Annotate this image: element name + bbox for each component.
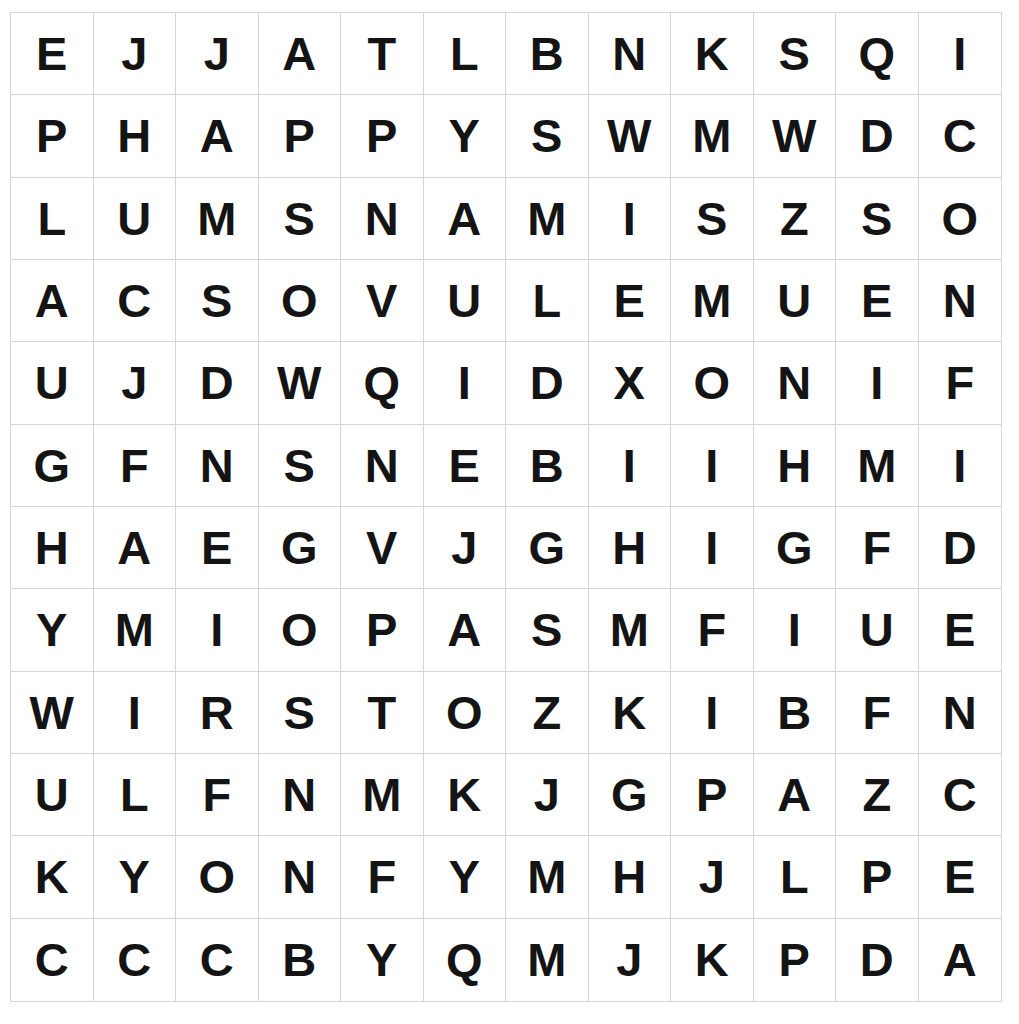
grid-cell-r8c11[interactable]: U: [836, 589, 919, 671]
grid-cell-r12c9[interactable]: K: [671, 919, 754, 1001]
grid-cell-r11c7[interactable]: M: [506, 836, 589, 918]
grid-cell-r11c8[interactable]: H: [589, 836, 672, 918]
grid-cell-r5c1[interactable]: U: [11, 342, 94, 424]
grid-cell-r3c4[interactable]: S: [259, 178, 342, 260]
grid-cell-r1c3[interactable]: J: [176, 13, 259, 95]
grid-cell-r5c5[interactable]: Q: [341, 342, 424, 424]
grid-cell-r7c12[interactable]: D: [919, 507, 1002, 589]
grid-cell-r1c11[interactable]: Q: [836, 13, 919, 95]
grid-cell-r2c10[interactable]: W: [754, 95, 837, 177]
grid-cell-r8c12[interactable]: E: [919, 589, 1002, 671]
grid-cell-r10c7[interactable]: J: [506, 754, 589, 836]
grid-cell-r4c8[interactable]: E: [589, 260, 672, 342]
grid-cell-r10c2[interactable]: L: [94, 754, 177, 836]
grid-cell-r6c10[interactable]: H: [754, 425, 837, 507]
grid-cell-r11c4[interactable]: N: [259, 836, 342, 918]
grid-cell-r5c9[interactable]: O: [671, 342, 754, 424]
word-search-board: EJJATLBNKSQIPHAPPYSWMWDCLUMSNAMISZSOACSO…: [10, 12, 1002, 1002]
grid-cell-r4c1[interactable]: A: [11, 260, 94, 342]
grid-cell-r7c11[interactable]: F: [836, 507, 919, 589]
grid-cell-r1c5[interactable]: T: [341, 13, 424, 95]
grid-cell-r9c9[interactable]: I: [671, 672, 754, 754]
grid-cell-r1c1[interactable]: E: [11, 13, 94, 95]
grid-cell-r7c2[interactable]: A: [94, 507, 177, 589]
grid-cell-r5c8[interactable]: X: [589, 342, 672, 424]
grid-cell-r7c1[interactable]: H: [11, 507, 94, 589]
grid-cell-r11c1[interactable]: K: [11, 836, 94, 918]
grid-cell-r3c12[interactable]: O: [919, 178, 1002, 260]
grid-cell-r1c9[interactable]: K: [671, 13, 754, 95]
grid-cell-r3c6[interactable]: A: [424, 178, 507, 260]
grid-cell-r1c7[interactable]: B: [506, 13, 589, 95]
grid-cell-r7c7[interactable]: G: [506, 507, 589, 589]
grid-cell-r2c9[interactable]: M: [671, 95, 754, 177]
grid-cell-r4c2[interactable]: C: [94, 260, 177, 342]
grid-cell-r2c5[interactable]: P: [341, 95, 424, 177]
grid-cell-r8c1[interactable]: Y: [11, 589, 94, 671]
grid-cell-r8c5[interactable]: P: [341, 589, 424, 671]
grid-cell-r8c3[interactable]: I: [176, 589, 259, 671]
grid-cell-r11c3[interactable]: O: [176, 836, 259, 918]
grid-cell-r1c12[interactable]: I: [919, 13, 1002, 95]
grid-cell-r4c7[interactable]: L: [506, 260, 589, 342]
grid-cell-r9c1[interactable]: W: [11, 672, 94, 754]
grid-cell-r5c7[interactable]: D: [506, 342, 589, 424]
grid-cell-r4c6[interactable]: U: [424, 260, 507, 342]
grid-cell-r7c6[interactable]: J: [424, 507, 507, 589]
grid-cell-r3c5[interactable]: N: [341, 178, 424, 260]
grid-cell-r10c12[interactable]: C: [919, 754, 1002, 836]
grid-cell-r9c4[interactable]: S: [259, 672, 342, 754]
grid-cell-r9c11[interactable]: F: [836, 672, 919, 754]
grid-cell-r8c8[interactable]: M: [589, 589, 672, 671]
grid-cell-r3c9[interactable]: S: [671, 178, 754, 260]
grid-cell-r9c3[interactable]: R: [176, 672, 259, 754]
grid-cell-r9c5[interactable]: T: [341, 672, 424, 754]
grid-cell-r8c9[interactable]: F: [671, 589, 754, 671]
grid-cell-r7c5[interactable]: V: [341, 507, 424, 589]
grid-cell-r12c6[interactable]: Q: [424, 919, 507, 1001]
grid-cell-r7c8[interactable]: H: [589, 507, 672, 589]
grid-cell-r2c4[interactable]: P: [259, 95, 342, 177]
grid-cell-r11c10[interactable]: L: [754, 836, 837, 918]
grid-cell-r12c12[interactable]: A: [919, 919, 1002, 1001]
grid-cell-r10c11[interactable]: Z: [836, 754, 919, 836]
grid-cell-r3c7[interactable]: M: [506, 178, 589, 260]
grid-cell-r6c3[interactable]: N: [176, 425, 259, 507]
grid-cell-r11c11[interactable]: P: [836, 836, 919, 918]
grid-cell-r9c7[interactable]: Z: [506, 672, 589, 754]
grid-cell-r5c12[interactable]: F: [919, 342, 1002, 424]
grid-cell-r4c12[interactable]: N: [919, 260, 1002, 342]
grid-cell-r10c10[interactable]: A: [754, 754, 837, 836]
grid-cell-r4c11[interactable]: E: [836, 260, 919, 342]
grid-cell-r12c10[interactable]: P: [754, 919, 837, 1001]
grid-cell-r11c9[interactable]: J: [671, 836, 754, 918]
grid-cell-r1c4[interactable]: A: [259, 13, 342, 95]
grid-cell-r6c7[interactable]: B: [506, 425, 589, 507]
grid-cell-r6c1[interactable]: G: [11, 425, 94, 507]
grid-cell-r2c6[interactable]: Y: [424, 95, 507, 177]
grid-cell-r12c1[interactable]: C: [11, 919, 94, 1001]
grid-cell-r12c4[interactable]: B: [259, 919, 342, 1001]
grid-cell-r9c8[interactable]: K: [589, 672, 672, 754]
grid-cell-r5c4[interactable]: W: [259, 342, 342, 424]
grid-cell-r6c6[interactable]: E: [424, 425, 507, 507]
grid-cell-r6c4[interactable]: S: [259, 425, 342, 507]
grid-cell-r2c2[interactable]: H: [94, 95, 177, 177]
grid-cell-r3c11[interactable]: S: [836, 178, 919, 260]
grid-cell-r11c6[interactable]: Y: [424, 836, 507, 918]
grid-cell-r11c5[interactable]: F: [341, 836, 424, 918]
grid-cell-r3c1[interactable]: L: [11, 178, 94, 260]
grid-cell-r6c11[interactable]: M: [836, 425, 919, 507]
grid-cell-r10c6[interactable]: K: [424, 754, 507, 836]
grid-cell-r10c1[interactable]: U: [11, 754, 94, 836]
grid-cell-r1c8[interactable]: N: [589, 13, 672, 95]
grid-cell-r7c10[interactable]: G: [754, 507, 837, 589]
grid-cell-r7c3[interactable]: E: [176, 507, 259, 589]
grid-cell-r5c3[interactable]: D: [176, 342, 259, 424]
grid-cell-r3c3[interactable]: M: [176, 178, 259, 260]
grid-cell-r11c12[interactable]: E: [919, 836, 1002, 918]
grid-cell-r4c4[interactable]: O: [259, 260, 342, 342]
grid-cell-r12c5[interactable]: Y: [341, 919, 424, 1001]
grid-cell-r6c5[interactable]: N: [341, 425, 424, 507]
grid-cell-r2c11[interactable]: D: [836, 95, 919, 177]
grid-cell-r4c9[interactable]: M: [671, 260, 754, 342]
grid-cell-r1c2[interactable]: J: [94, 13, 177, 95]
grid-cell-r8c2[interactable]: M: [94, 589, 177, 671]
grid-cell-r7c9[interactable]: I: [671, 507, 754, 589]
grid-cell-r3c10[interactable]: Z: [754, 178, 837, 260]
grid-cell-r7c4[interactable]: G: [259, 507, 342, 589]
grid-cell-r10c5[interactable]: M: [341, 754, 424, 836]
grid-cell-r5c2[interactable]: J: [94, 342, 177, 424]
grid-cell-r10c9[interactable]: P: [671, 754, 754, 836]
grid-cell-r8c6[interactable]: A: [424, 589, 507, 671]
grid-cell-r1c10[interactable]: S: [754, 13, 837, 95]
grid-cell-r2c12[interactable]: C: [919, 95, 1002, 177]
grid-cell-r8c10[interactable]: I: [754, 589, 837, 671]
grid-cell-r12c11[interactable]: D: [836, 919, 919, 1001]
grid-cell-r8c7[interactable]: S: [506, 589, 589, 671]
grid-cell-r12c8[interactable]: J: [589, 919, 672, 1001]
grid-cell-r4c10[interactable]: U: [754, 260, 837, 342]
grid-cell-r12c7[interactable]: M: [506, 919, 589, 1001]
grid-cell-r6c8[interactable]: I: [589, 425, 672, 507]
grid-cell-r5c11[interactable]: I: [836, 342, 919, 424]
grid-cell-r6c9[interactable]: I: [671, 425, 754, 507]
grid-cell-r1c6[interactable]: L: [424, 13, 507, 95]
grid-cell-r4c3[interactable]: S: [176, 260, 259, 342]
grid-cell-r11c2[interactable]: Y: [94, 836, 177, 918]
grid-cell-r9c10[interactable]: B: [754, 672, 837, 754]
grid-cell-r9c2[interactable]: I: [94, 672, 177, 754]
grid-cell-r2c3[interactable]: A: [176, 95, 259, 177]
grid-cell-r12c2[interactable]: C: [94, 919, 177, 1001]
grid-cell-r3c8[interactable]: I: [589, 178, 672, 260]
word-search-grid: EJJATLBNKSQIPHAPPYSWMWDCLUMSNAMISZSOACSO…: [10, 12, 1002, 1002]
grid-cell-r10c8[interactable]: G: [589, 754, 672, 836]
grid-cell-r3c2[interactable]: U: [94, 178, 177, 260]
grid-cell-r2c8[interactable]: W: [589, 95, 672, 177]
grid-cell-r9c12[interactable]: N: [919, 672, 1002, 754]
grid-cell-r6c12[interactable]: I: [919, 425, 1002, 507]
grid-cell-r2c7[interactable]: S: [506, 95, 589, 177]
grid-cell-r9c6[interactable]: O: [424, 672, 507, 754]
grid-cell-r2c1[interactable]: P: [11, 95, 94, 177]
grid-cell-r5c6[interactable]: I: [424, 342, 507, 424]
grid-cell-r10c4[interactable]: N: [259, 754, 342, 836]
grid-cell-r4c5[interactable]: V: [341, 260, 424, 342]
grid-cell-r5c10[interactable]: N: [754, 342, 837, 424]
grid-cell-r12c3[interactable]: C: [176, 919, 259, 1001]
grid-cell-r10c3[interactable]: F: [176, 754, 259, 836]
grid-cell-r8c4[interactable]: O: [259, 589, 342, 671]
grid-cell-r6c2[interactable]: F: [94, 425, 177, 507]
